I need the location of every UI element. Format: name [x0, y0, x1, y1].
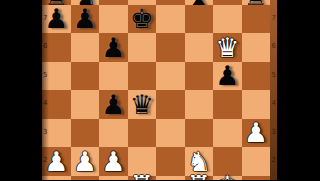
- square-h1[interactable]: [242, 176, 271, 181]
- square-a5[interactable]: [42, 62, 71, 91]
- square-f3[interactable]: [185, 119, 214, 148]
- square-c2[interactable]: ♟: [99, 147, 128, 176]
- square-d1[interactable]: ♜: [128, 176, 157, 181]
- square-h5[interactable]: [242, 62, 271, 91]
- square-e4[interactable]: [156, 90, 185, 119]
- square-e1[interactable]: [156, 176, 185, 181]
- square-h6[interactable]: [242, 33, 271, 62]
- square-a2[interactable]: ♟: [42, 147, 71, 176]
- square-g1[interactable]: ♚: [213, 176, 242, 181]
- piece-black-pawn[interactable]: ♟: [215, 62, 239, 89]
- square-c1[interactable]: [99, 176, 128, 181]
- square-g7[interactable]: [213, 5, 242, 34]
- chess-board: ♜♞♝♜♟♟♚♟♛♟♟♛♟♟♟♟♞♜♜♚: [42, 0, 270, 180]
- piece-white-king[interactable]: ♚: [215, 172, 239, 180]
- piece-black-pawn[interactable]: ♟: [101, 34, 125, 61]
- square-h2[interactable]: [242, 147, 271, 176]
- piece-black-king[interactable]: ♚: [130, 5, 154, 32]
- square-b4[interactable]: [71, 90, 100, 119]
- square-f5[interactable]: [185, 62, 214, 91]
- square-f1[interactable]: ♜: [185, 176, 214, 181]
- square-e7[interactable]: [156, 5, 185, 34]
- square-d5[interactable]: [128, 62, 157, 91]
- square-a1[interactable]: [42, 176, 71, 181]
- piece-white-queen[interactable]: ♛: [215, 34, 239, 61]
- piece-black-queen[interactable]: ♛: [130, 91, 154, 118]
- square-e5[interactable]: [156, 62, 185, 91]
- square-b6[interactable]: [71, 33, 100, 62]
- square-c3[interactable]: [99, 119, 128, 148]
- board-right-frame: [270, 0, 277, 180]
- piece-black-pawn[interactable]: ♟: [73, 5, 97, 32]
- square-f7[interactable]: [185, 5, 214, 34]
- square-a3[interactable]: [42, 119, 71, 148]
- square-h3[interactable]: ♟: [242, 119, 271, 148]
- square-f6[interactable]: [185, 33, 214, 62]
- square-a7[interactable]: ♟: [42, 5, 71, 34]
- square-g5[interactable]: ♟: [213, 62, 242, 91]
- piece-white-pawn[interactable]: ♟: [244, 119, 268, 146]
- piece-white-pawn[interactable]: ♟: [73, 148, 97, 175]
- square-e2[interactable]: [156, 147, 185, 176]
- square-d6[interactable]: [128, 33, 157, 62]
- square-h7[interactable]: [242, 5, 271, 34]
- square-b3[interactable]: [71, 119, 100, 148]
- square-d7[interactable]: ♚: [128, 5, 157, 34]
- square-b1[interactable]: [71, 176, 100, 181]
- square-g6[interactable]: ♛: [213, 33, 242, 62]
- piece-white-pawn[interactable]: ♟: [101, 148, 125, 175]
- square-e3[interactable]: [156, 119, 185, 148]
- square-c7[interactable]: [99, 5, 128, 34]
- thumbnail-canvas: ♜♞♝♜♟♟♚♟♛♟♟♛♟♟♟♟♞♜♜♚ 776655443322: [0, 0, 320, 180]
- square-c4[interactable]: ♟: [99, 90, 128, 119]
- square-a6[interactable]: [42, 33, 71, 62]
- square-c5[interactable]: [99, 62, 128, 91]
- square-b5[interactable]: [71, 62, 100, 91]
- square-c6[interactable]: ♟: [99, 33, 128, 62]
- piece-white-rook[interactable]: ♜: [187, 172, 211, 180]
- square-b7[interactable]: ♟: [71, 5, 100, 34]
- square-g3[interactable]: [213, 119, 242, 148]
- square-b2[interactable]: ♟: [71, 147, 100, 176]
- square-d3[interactable]: [128, 119, 157, 148]
- square-a4[interactable]: [42, 90, 71, 119]
- piece-black-pawn[interactable]: ♟: [44, 5, 68, 32]
- square-d4[interactable]: ♛: [128, 90, 157, 119]
- piece-white-pawn[interactable]: ♟: [44, 148, 68, 175]
- square-f4[interactable]: [185, 90, 214, 119]
- piece-white-rook[interactable]: ♜: [130, 172, 154, 180]
- square-g4[interactable]: [213, 90, 242, 119]
- piece-black-pawn[interactable]: ♟: [101, 91, 125, 118]
- square-h4[interactable]: [242, 90, 271, 119]
- square-e6[interactable]: [156, 33, 185, 62]
